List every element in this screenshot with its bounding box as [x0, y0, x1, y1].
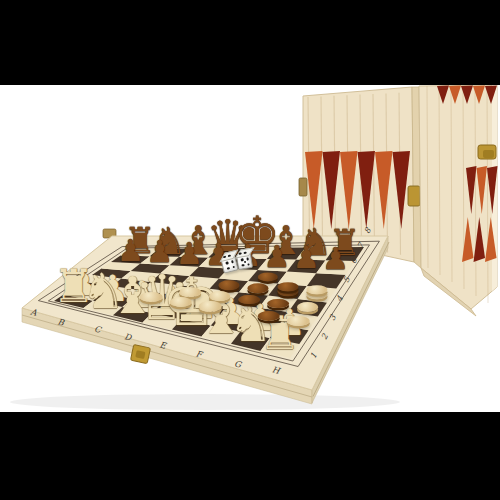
chess-board: ABCDEFGH12345678: [10, 226, 400, 410]
product-photo: ABCDEFGH12345678 ♜♞♝♛♚♝♞♜♟♟♟♟♟♟♟♟♟♟♟♟♟♟♟…: [0, 0, 500, 500]
letterbox-bottom: [0, 412, 500, 500]
board-shadow: [10, 394, 400, 410]
case-hinge-icon: [299, 178, 307, 196]
case-right-panel: [419, 85, 497, 309]
case-hinge-icon: [408, 186, 420, 206]
case-latch-ring: [483, 150, 494, 158]
letterbox-top: [0, 0, 500, 85]
